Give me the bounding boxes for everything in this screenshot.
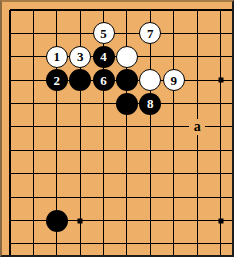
intersection xyxy=(162,162,185,185)
intersection xyxy=(68,139,91,162)
intersection: a xyxy=(185,115,208,138)
intersection xyxy=(22,22,45,45)
intersection xyxy=(0,232,22,255)
black-stone xyxy=(116,93,138,115)
intersection xyxy=(45,209,68,232)
star-point-marker xyxy=(218,78,223,83)
intersection xyxy=(22,185,45,208)
intersection xyxy=(22,115,45,138)
point-label-a: a xyxy=(189,119,205,135)
intersection xyxy=(115,92,138,115)
intersection xyxy=(115,162,138,185)
intersection xyxy=(68,185,91,208)
white-stone-move-3: 3 xyxy=(69,46,91,68)
intersection xyxy=(185,232,208,255)
black-stone-move-8: 8 xyxy=(139,93,161,115)
intersection xyxy=(115,209,138,232)
black-stone xyxy=(46,210,68,232)
intersection xyxy=(45,115,68,138)
intersection xyxy=(92,162,115,185)
black-stone-move-2: 2 xyxy=(46,69,68,91)
white-stone xyxy=(139,69,161,91)
intersection xyxy=(185,45,208,68)
intersection xyxy=(115,115,138,138)
intersection: 3 xyxy=(68,45,91,68)
intersection xyxy=(185,68,208,91)
intersection xyxy=(185,92,208,115)
intersection xyxy=(209,68,232,91)
intersection xyxy=(162,232,185,255)
intersection xyxy=(68,22,91,45)
intersection xyxy=(22,162,45,185)
intersection xyxy=(0,139,22,162)
intersection xyxy=(139,0,162,22)
white-stone-move-7: 7 xyxy=(139,22,161,44)
intersection xyxy=(209,185,232,208)
intersection xyxy=(22,92,45,115)
intersection xyxy=(209,209,232,232)
intersection xyxy=(45,139,68,162)
intersection xyxy=(92,232,115,255)
intersection: 4 xyxy=(92,45,115,68)
intersection xyxy=(115,232,138,255)
intersection xyxy=(115,139,138,162)
intersection xyxy=(92,92,115,115)
intersection xyxy=(162,45,185,68)
intersection xyxy=(22,209,45,232)
intersection xyxy=(0,68,22,91)
intersection xyxy=(22,0,45,22)
intersection: 9 xyxy=(162,68,185,91)
intersection xyxy=(0,0,22,22)
go-board-grid: 571342698a xyxy=(0,0,232,256)
intersection xyxy=(209,115,232,138)
intersection xyxy=(209,139,232,162)
intersection xyxy=(0,115,22,138)
intersection xyxy=(92,185,115,208)
intersection: 5 xyxy=(92,22,115,45)
star-point-marker xyxy=(78,218,83,223)
intersection xyxy=(162,209,185,232)
intersection xyxy=(185,0,208,22)
black-stone-move-6: 6 xyxy=(93,69,115,91)
intersection xyxy=(68,162,91,185)
intersection xyxy=(139,45,162,68)
intersection xyxy=(185,209,208,232)
black-stone xyxy=(116,69,138,91)
intersection xyxy=(0,22,22,45)
intersection xyxy=(139,68,162,91)
intersection xyxy=(162,185,185,208)
intersection xyxy=(68,92,91,115)
intersection xyxy=(139,232,162,255)
intersection xyxy=(162,92,185,115)
intersection xyxy=(162,139,185,162)
intersection: 1 xyxy=(45,45,68,68)
intersection xyxy=(209,45,232,68)
black-stone-move-4: 4 xyxy=(93,46,115,68)
intersection xyxy=(209,92,232,115)
intersection xyxy=(185,185,208,208)
intersection xyxy=(0,92,22,115)
intersection xyxy=(209,162,232,185)
go-board-diagram: 571342698a xyxy=(0,0,234,257)
intersection: 6 xyxy=(92,68,115,91)
intersection xyxy=(68,115,91,138)
intersection xyxy=(68,232,91,255)
black-stone xyxy=(69,69,91,91)
intersection xyxy=(0,162,22,185)
intersection xyxy=(162,0,185,22)
intersection xyxy=(45,92,68,115)
intersection xyxy=(0,209,22,232)
intersection xyxy=(45,0,68,22)
intersection xyxy=(139,162,162,185)
white-stone-move-9: 9 xyxy=(163,69,185,91)
intersection xyxy=(185,139,208,162)
intersection: 2 xyxy=(45,68,68,91)
white-stone-move-5: 5 xyxy=(93,22,115,44)
intersection xyxy=(162,115,185,138)
intersection xyxy=(22,45,45,68)
intersection xyxy=(68,0,91,22)
intersection xyxy=(209,232,232,255)
intersection xyxy=(68,209,91,232)
white-stone-move-1: 1 xyxy=(46,46,68,68)
intersection xyxy=(0,45,22,68)
intersection xyxy=(139,139,162,162)
intersection xyxy=(162,22,185,45)
intersection xyxy=(185,22,208,45)
intersection xyxy=(185,162,208,185)
intersection xyxy=(139,209,162,232)
intersection xyxy=(92,115,115,138)
intersection xyxy=(115,68,138,91)
intersection xyxy=(45,232,68,255)
intersection xyxy=(115,0,138,22)
intersection xyxy=(115,45,138,68)
intersection xyxy=(22,232,45,255)
intersection xyxy=(139,185,162,208)
intersection: 7 xyxy=(139,22,162,45)
intersection: 8 xyxy=(139,92,162,115)
intersection xyxy=(45,22,68,45)
white-stone xyxy=(116,46,138,68)
intersection xyxy=(68,68,91,91)
intersection xyxy=(22,68,45,91)
intersection xyxy=(0,185,22,208)
intersection xyxy=(45,162,68,185)
intersection xyxy=(115,185,138,208)
intersection xyxy=(115,22,138,45)
intersection xyxy=(45,185,68,208)
star-point-marker xyxy=(218,218,223,223)
intersection xyxy=(209,22,232,45)
intersection xyxy=(92,139,115,162)
intersection xyxy=(92,209,115,232)
intersection xyxy=(92,0,115,22)
intersection xyxy=(22,139,45,162)
intersection xyxy=(209,0,232,22)
intersection xyxy=(139,115,162,138)
